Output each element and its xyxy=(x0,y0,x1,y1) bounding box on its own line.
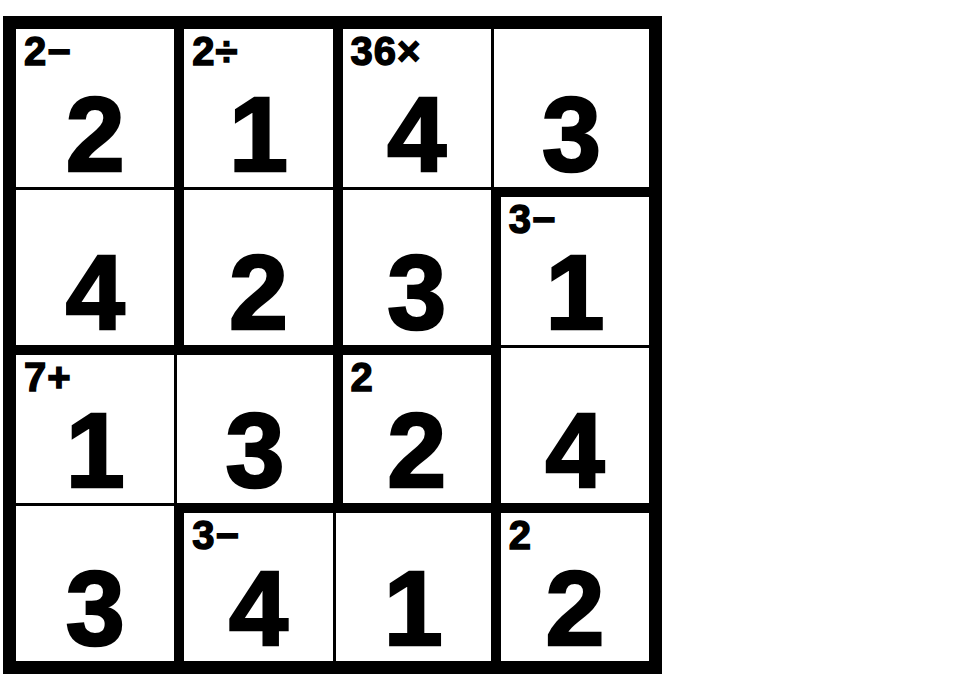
cell-value: 3 xyxy=(343,239,491,345)
cell-value: 1 xyxy=(184,81,332,187)
cell-value: 2 xyxy=(501,555,649,661)
cage-clue: 36× xyxy=(351,31,422,71)
cage-clue: 2 xyxy=(509,515,532,555)
cell-r1c1[interactable]: 2−2 xyxy=(16,29,174,187)
cell-value: 4 xyxy=(501,397,649,503)
cell-value: 1 xyxy=(16,397,174,503)
cage-clue: 7+ xyxy=(24,357,72,397)
cage-clue: 2− xyxy=(24,31,72,71)
cell-r2c2[interactable]: 2 xyxy=(174,187,332,345)
cell-r4c3[interactable]: 1 xyxy=(333,503,491,661)
cell-r1c3[interactable]: 36×4 xyxy=(333,29,491,187)
cage-clue: 2÷ xyxy=(192,31,238,71)
cell-r4c4[interactable]: 22 xyxy=(491,503,649,661)
cell-r3c2[interactable]: 3 xyxy=(174,345,332,503)
cell-r2c4[interactable]: 3−1 xyxy=(491,187,649,345)
cell-value: 2 xyxy=(343,397,491,503)
cell-value: 1 xyxy=(336,555,491,661)
page: 2−22÷136×434233−17+1322433−4122 xyxy=(0,0,960,686)
cell-r2c3[interactable]: 3 xyxy=(333,187,491,345)
cell-r2c1[interactable]: 4 xyxy=(16,187,174,345)
cage-clue: 2 xyxy=(351,357,374,397)
cell-value: 3 xyxy=(16,555,174,661)
cell-value: 4 xyxy=(343,81,491,187)
kenken-board: 2−22÷136×434233−17+1322433−4122 xyxy=(3,16,662,674)
cell-r3c1[interactable]: 7+1 xyxy=(16,345,174,503)
cell-value: 4 xyxy=(16,239,174,345)
cell-r4c1[interactable]: 3 xyxy=(16,503,174,661)
cell-value: 2 xyxy=(184,239,332,345)
cell-value: 1 xyxy=(501,239,649,345)
cell-r3c4[interactable]: 4 xyxy=(491,345,649,503)
cell-value: 3 xyxy=(494,81,649,187)
cell-value: 4 xyxy=(184,555,332,661)
cell-r3c3[interactable]: 22 xyxy=(333,345,491,503)
cell-value: 2 xyxy=(16,81,174,187)
cell-r1c4[interactable]: 3 xyxy=(491,29,649,187)
cell-r1c2[interactable]: 2÷1 xyxy=(174,29,332,187)
cell-value: 3 xyxy=(177,397,332,503)
cell-r4c2[interactable]: 3−4 xyxy=(174,503,332,661)
